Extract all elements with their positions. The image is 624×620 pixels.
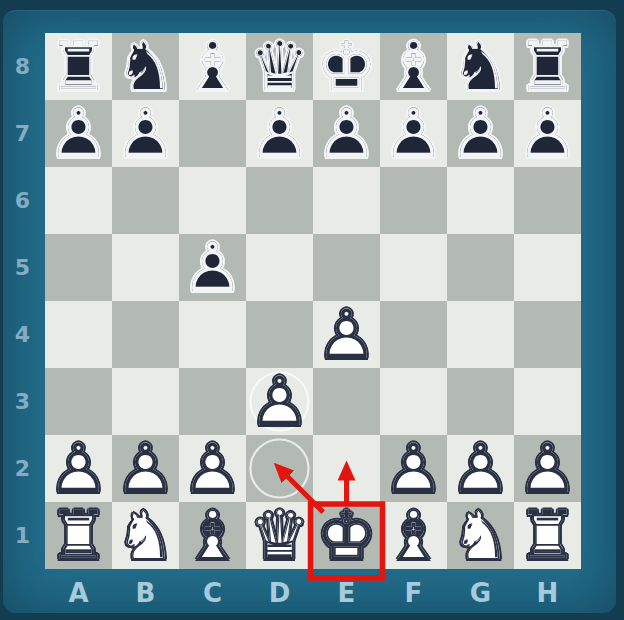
square-b3[interactable]	[112, 368, 179, 435]
square-a3[interactable]	[45, 368, 112, 435]
square-a4[interactable]	[45, 301, 112, 368]
black-rook[interactable]: ♜♖	[514, 33, 581, 100]
square-f5[interactable]	[380, 234, 447, 301]
white-rook[interactable]: ♜♖	[514, 502, 581, 569]
file-label-c: C	[179, 571, 246, 615]
square-b6[interactable]	[112, 167, 179, 234]
black-queen[interactable]: ♛♕	[246, 33, 313, 100]
white-pawn-glyph: ♟	[246, 369, 313, 436]
square-d2[interactable]	[246, 435, 313, 502]
white-pawn-detail-glyph: ♙	[246, 369, 313, 436]
black-king-detail-glyph: ♔	[313, 34, 380, 101]
black-queen-detail-glyph: ♕	[246, 34, 313, 101]
white-king-detail-glyph: ♔	[313, 503, 380, 570]
black-rook-detail-glyph: ♖	[45, 34, 112, 101]
black-pawn-detail-glyph: ♙	[179, 235, 246, 302]
white-queen[interactable]: ♛♕	[246, 502, 313, 569]
white-bishop[interactable]: ♝♗	[179, 502, 246, 569]
square-d5[interactable]	[246, 234, 313, 301]
white-pawn[interactable]: ♟♙	[380, 435, 447, 502]
white-rook-detail-glyph: ♖	[45, 503, 112, 570]
square-h5[interactable]	[514, 234, 581, 301]
black-bishop-detail-glyph: ♗	[179, 34, 246, 101]
white-pawn-glyph: ♟	[112, 436, 179, 503]
black-pawn-glyph: ♟	[447, 101, 514, 168]
square-c7[interactable]	[179, 100, 246, 167]
file-label-h: H	[514, 571, 581, 615]
square-h6[interactable]	[514, 167, 581, 234]
white-pawn-detail-glyph: ♙	[313, 302, 380, 369]
white-bishop-detail-glyph: ♗	[380, 503, 447, 570]
rank-label-3: 3	[0, 368, 45, 435]
black-pawn-detail-glyph: ♙	[380, 101, 447, 168]
rank-label-4: 4	[0, 301, 45, 368]
black-pawn[interactable]: ♟♙	[45, 100, 112, 167]
black-king[interactable]: ♚♔	[313, 33, 380, 100]
black-rook-glyph: ♜	[514, 34, 581, 101]
square-e2[interactable]	[313, 435, 380, 502]
black-pawn-glyph: ♟	[246, 101, 313, 168]
file-label-d: D	[246, 571, 313, 615]
chess-board-screenshot: 87654321 ♜♖♞♘♝♗♛♕♚♔♝♗♞♘♜♖♟♙♟♙♟♙♟♙♟♙♟♙♟♙♟…	[0, 0, 624, 620]
white-pawn-detail-glyph: ♙	[112, 436, 179, 503]
black-pawn-glyph: ♟	[380, 101, 447, 168]
square-d4[interactable]	[246, 301, 313, 368]
square-f3[interactable]	[380, 368, 447, 435]
square-e3[interactable]	[313, 368, 380, 435]
black-pawn[interactable]: ♟♙	[514, 100, 581, 167]
square-d6[interactable]	[246, 167, 313, 234]
white-bishop-detail-glyph: ♗	[179, 503, 246, 570]
black-knight-detail-glyph: ♘	[447, 34, 514, 101]
square-c3[interactable]	[179, 368, 246, 435]
black-knight-glyph: ♞	[112, 34, 179, 101]
square-f6[interactable]	[380, 167, 447, 234]
white-pawn-detail-glyph: ♙	[45, 436, 112, 503]
white-pawn-glyph: ♟	[45, 436, 112, 503]
square-h3[interactable]	[514, 368, 581, 435]
white-bishop-glyph: ♝	[179, 503, 246, 570]
white-pawn[interactable]: ♟♙	[246, 368, 313, 435]
black-pawn[interactable]: ♟♙	[313, 100, 380, 167]
white-knight-glyph: ♞	[447, 503, 514, 570]
white-knight-detail-glyph: ♘	[447, 503, 514, 570]
square-h4[interactable]	[514, 301, 581, 368]
file-label-b: B	[112, 571, 179, 615]
black-knight-detail-glyph: ♘	[112, 34, 179, 101]
black-pawn-detail-glyph: ♙	[447, 101, 514, 168]
square-b4[interactable]	[112, 301, 179, 368]
white-pawn-detail-glyph: ♙	[179, 436, 246, 503]
rank-labels-column: 87654321	[0, 33, 45, 569]
white-pawn[interactable]: ♟♙	[45, 435, 112, 502]
square-c4[interactable]	[179, 301, 246, 368]
file-label-e: E	[313, 571, 380, 615]
square-a5[interactable]	[45, 234, 112, 301]
white-king-glyph: ♚	[313, 503, 380, 570]
white-pawn-glyph: ♟	[380, 436, 447, 503]
black-pawn-detail-glyph: ♙	[514, 101, 581, 168]
rank-label-8: 8	[0, 33, 45, 100]
black-pawn[interactable]: ♟♙	[179, 234, 246, 301]
square-g5[interactable]	[447, 234, 514, 301]
rank-label-7: 7	[0, 100, 45, 167]
white-king[interactable]: ♚♔	[313, 502, 380, 569]
file-label-a: A	[45, 571, 112, 615]
black-pawn-glyph: ♟	[179, 235, 246, 302]
white-pawn-detail-glyph: ♙	[380, 436, 447, 503]
black-pawn[interactable]: ♟♙	[246, 100, 313, 167]
square-f4[interactable]	[380, 301, 447, 368]
rank-label-6: 6	[0, 167, 45, 234]
white-knight-glyph: ♞	[112, 503, 179, 570]
rank-label-2: 2	[0, 435, 45, 502]
black-knight[interactable]: ♞♘	[447, 33, 514, 100]
square-a6[interactable]	[45, 167, 112, 234]
black-bishop-glyph: ♝	[380, 34, 447, 101]
black-knight-glyph: ♞	[447, 34, 514, 101]
black-rook-glyph: ♜	[45, 34, 112, 101]
black-pawn-glyph: ♟	[112, 101, 179, 168]
white-pawn[interactable]: ♟♙	[112, 435, 179, 502]
black-knight[interactable]: ♞♘	[112, 33, 179, 100]
white-pawn[interactable]: ♟♙	[179, 435, 246, 502]
black-pawn[interactable]: ♟♙	[447, 100, 514, 167]
white-knight-detail-glyph: ♘	[112, 503, 179, 570]
square-b5[interactable]	[112, 234, 179, 301]
black-pawn[interactable]: ♟♙	[380, 100, 447, 167]
white-queen-detail-glyph: ♕	[246, 503, 313, 570]
white-bishop[interactable]: ♝♗	[380, 502, 447, 569]
rank-label-5: 5	[0, 234, 45, 301]
black-pawn-glyph: ♟	[45, 101, 112, 168]
white-knight[interactable]: ♞♘	[112, 502, 179, 569]
black-bishop-detail-glyph: ♗	[380, 34, 447, 101]
white-rook[interactable]: ♜♖	[45, 502, 112, 569]
white-pawn-glyph: ♟	[179, 436, 246, 503]
white-bishop-glyph: ♝	[380, 503, 447, 570]
file-label-g: G	[447, 571, 514, 615]
black-pawn-detail-glyph: ♙	[246, 101, 313, 168]
white-rook-detail-glyph: ♖	[514, 503, 581, 570]
square-e6[interactable]	[313, 167, 380, 234]
white-pawn-detail-glyph: ♙	[514, 436, 581, 503]
black-rook-detail-glyph: ♖	[514, 34, 581, 101]
file-label-f: F	[380, 571, 447, 615]
black-rook[interactable]: ♜♖	[45, 33, 112, 100]
square-g3[interactable]	[447, 368, 514, 435]
black-pawn-glyph: ♟	[514, 101, 581, 168]
white-pawn-detail-glyph: ♙	[447, 436, 514, 503]
black-king-glyph: ♚	[313, 34, 380, 101]
black-pawn-detail-glyph: ♙	[45, 101, 112, 168]
black-pawn[interactable]: ♟♙	[112, 100, 179, 167]
white-rook-glyph: ♜	[514, 503, 581, 570]
white-rook-glyph: ♜	[45, 503, 112, 570]
white-pawn-glyph: ♟	[447, 436, 514, 503]
white-pawn[interactable]: ♟♙	[514, 435, 581, 502]
white-knight[interactable]: ♞♘	[447, 502, 514, 569]
black-bishop[interactable]: ♝♗	[380, 33, 447, 100]
white-pawn[interactable]: ♟♙	[313, 301, 380, 368]
black-bishop-glyph: ♝	[179, 34, 246, 101]
square-c6[interactable]	[179, 167, 246, 234]
rank-label-1: 1	[0, 502, 45, 569]
white-pawn-glyph: ♟	[514, 436, 581, 503]
square-g6[interactable]	[447, 167, 514, 234]
white-pawn[interactable]: ♟♙	[447, 435, 514, 502]
white-pawn-glyph: ♟	[313, 302, 380, 369]
square-g4[interactable]	[447, 301, 514, 368]
file-labels-row: ABCDEFGH	[45, 571, 581, 615]
white-queen-glyph: ♛	[246, 503, 313, 570]
black-pawn-glyph: ♟	[313, 101, 380, 168]
black-queen-glyph: ♛	[246, 34, 313, 101]
black-pawn-detail-glyph: ♙	[313, 101, 380, 168]
black-pawn-detail-glyph: ♙	[112, 101, 179, 168]
square-e5[interactable]	[313, 234, 380, 301]
black-bishop[interactable]: ♝♗	[179, 33, 246, 100]
